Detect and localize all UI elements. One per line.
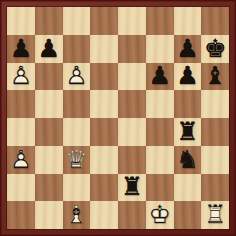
square-c2[interactable] [63,174,91,202]
square-e6[interactable] [118,63,146,91]
square-a4[interactable] [7,118,35,146]
square-b6[interactable] [35,63,63,91]
piece-white-pawn: ♟♙ [7,146,35,174]
square-f8[interactable] [146,7,174,35]
piece-black-pawn: ♟♙ [146,63,174,91]
square-c3[interactable]: ♛♕ [63,146,91,174]
square-g8[interactable] [174,7,202,35]
square-e4[interactable] [118,118,146,146]
square-c5[interactable] [63,90,91,118]
square-h2[interactable] [201,174,229,202]
piece-white-pawn: ♟♙ [7,63,35,91]
piece-black-rook: ♜♖ [118,174,146,202]
piece-black-pawn: ♟♙ [174,35,202,63]
square-e2[interactable]: ♜♖ [118,174,146,202]
square-e8[interactable] [118,7,146,35]
square-f2[interactable] [146,174,174,202]
square-h6[interactable]: ♝♗ [201,63,229,91]
square-b3[interactable] [35,146,63,174]
piece-black-pawn: ♟♙ [35,35,63,63]
square-a2[interactable] [7,174,35,202]
piece-white-pawn: ♟♙ [63,63,91,91]
square-a7[interactable]: ♟♙ [7,35,35,63]
square-f6[interactable]: ♟♙ [146,63,174,91]
square-d8[interactable] [90,7,118,35]
square-c6[interactable]: ♟♙ [63,63,91,91]
square-a6[interactable]: ♟♙ [7,63,35,91]
square-b1[interactable] [35,201,63,229]
square-h8[interactable] [201,7,229,35]
square-d3[interactable] [90,146,118,174]
square-g1[interactable] [174,201,202,229]
piece-black-pawn: ♟♙ [7,35,35,63]
square-a5[interactable] [7,90,35,118]
square-d1[interactable] [90,201,118,229]
square-g7[interactable]: ♟♙ [174,35,202,63]
square-h1[interactable]: ♜♖ [201,201,229,229]
square-g4[interactable]: ♜♖ [174,118,202,146]
square-b8[interactable] [35,7,63,35]
chess-board: ♟♙♟♙♟♙♚♔♟♙♟♙♟♙♟♙♝♗♜♖♟♙♛♕♞♘♜♖♝♗♚♔♜♖ [7,7,229,229]
square-g3[interactable]: ♞♘ [174,146,202,174]
square-b2[interactable] [35,174,63,202]
square-f5[interactable] [146,90,174,118]
square-e1[interactable] [118,201,146,229]
square-a1[interactable] [7,201,35,229]
square-g6[interactable]: ♟♙ [174,63,202,91]
square-e7[interactable] [118,35,146,63]
square-c7[interactable] [63,35,91,63]
square-g2[interactable] [174,174,202,202]
square-f1[interactable]: ♚♔ [146,201,174,229]
square-d5[interactable] [90,90,118,118]
square-h5[interactable] [201,90,229,118]
piece-black-bishop: ♝♗ [201,63,229,91]
piece-white-rook: ♜♖ [201,201,229,229]
square-e5[interactable] [118,90,146,118]
square-h4[interactable] [201,118,229,146]
square-d2[interactable] [90,174,118,202]
square-a8[interactable] [7,7,35,35]
square-f4[interactable] [146,118,174,146]
square-h7[interactable]: ♚♔ [201,35,229,63]
square-c4[interactable] [63,118,91,146]
piece-black-pawn: ♟♙ [174,63,202,91]
square-b4[interactable] [35,118,63,146]
square-b5[interactable] [35,90,63,118]
piece-black-king: ♚♔ [201,35,229,63]
square-b7[interactable]: ♟♙ [35,35,63,63]
square-f3[interactable] [146,146,174,174]
square-e3[interactable] [118,146,146,174]
square-c1[interactable]: ♝♗ [63,201,91,229]
square-a3[interactable]: ♟♙ [7,146,35,174]
square-d7[interactable] [90,35,118,63]
square-c8[interactable] [63,7,91,35]
piece-white-queen: ♛♕ [63,146,91,174]
board-frame: ♟♙♟♙♟♙♚♔♟♙♟♙♟♙♟♙♝♗♜♖♟♙♛♕♞♘♜♖♝♗♚♔♜♖ [0,0,236,236]
square-d6[interactable] [90,63,118,91]
piece-white-king: ♚♔ [146,201,174,229]
square-g5[interactable] [174,90,202,118]
square-f7[interactable] [146,35,174,63]
piece-black-knight: ♞♘ [174,146,202,174]
square-d4[interactable] [90,118,118,146]
piece-black-rook: ♜♖ [174,118,202,146]
square-h3[interactable] [201,146,229,174]
piece-white-bishop: ♝♗ [63,201,91,229]
